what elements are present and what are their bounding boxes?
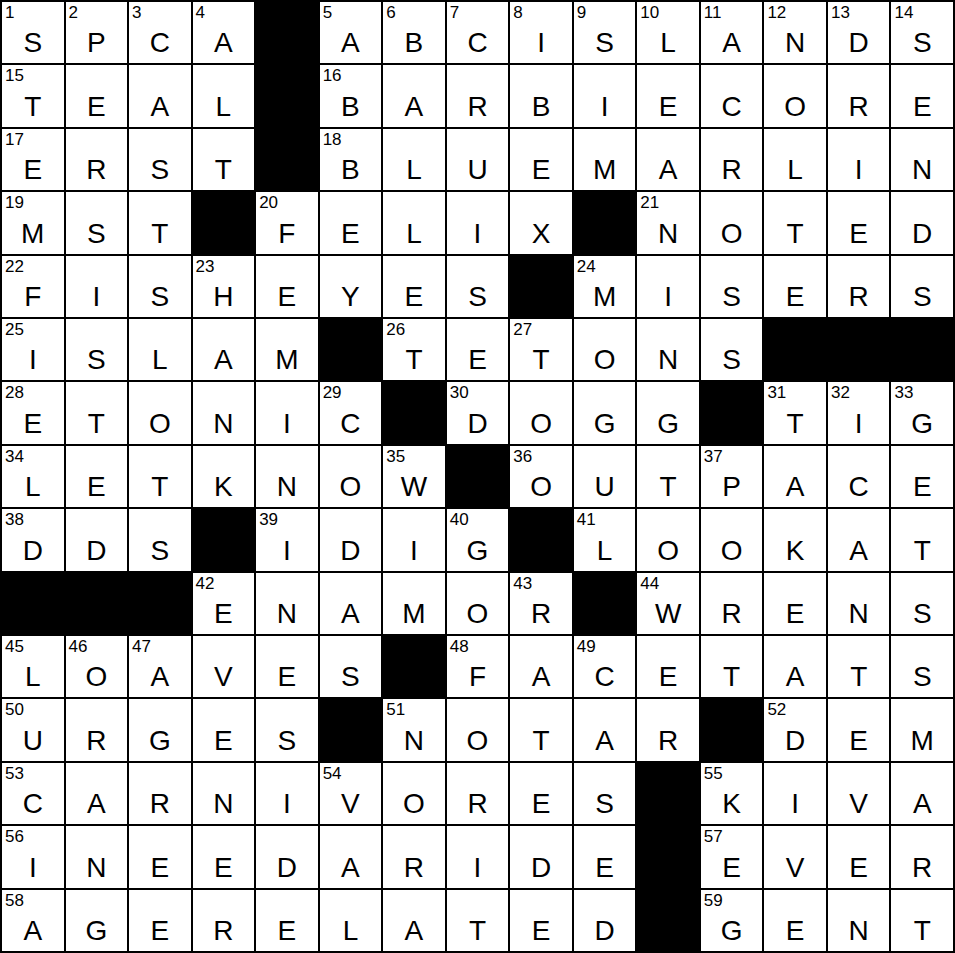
cell-r2c15[interactable]: E xyxy=(891,65,953,126)
cell-r7c1[interactable]: 28E xyxy=(2,382,64,443)
cell-r14c13[interactable]: V xyxy=(764,826,826,887)
cell-r8c2[interactable]: E xyxy=(66,446,128,507)
clue-number: 5 xyxy=(323,2,332,23)
clue-number: 13 xyxy=(831,2,850,23)
cell-r11c13[interactable]: A xyxy=(764,636,826,697)
cell-r11c1[interactable]: 45L xyxy=(2,636,64,697)
cell-letter: A xyxy=(383,93,445,121)
cell-letter: M xyxy=(256,346,318,374)
cell-r11c12[interactable]: T xyxy=(701,636,763,697)
cell-r5c1[interactable]: 22F xyxy=(2,256,64,317)
cell-r1c10[interactable]: 9S xyxy=(574,2,636,63)
cell-r3c9[interactable]: E xyxy=(510,129,572,190)
clue-number: 51 xyxy=(386,699,405,720)
cell-r6c4[interactable]: A xyxy=(193,319,255,380)
cell-r3c3[interactable]: S xyxy=(129,129,191,190)
cell-r7c14[interactable]: 32I xyxy=(828,382,890,443)
cell-r7c13[interactable]: 31T xyxy=(764,382,826,443)
cell-r7c10[interactable]: G xyxy=(574,382,636,443)
cell-letter: I xyxy=(637,283,699,311)
cell-r8c14[interactable]: C xyxy=(828,446,890,507)
cell-letter: D xyxy=(764,727,826,755)
cell-r5c8[interactable]: S xyxy=(447,256,509,317)
cell-r9c3[interactable]: S xyxy=(129,509,191,570)
cell-r15c8[interactable]: T xyxy=(447,890,509,951)
cell-letter: S xyxy=(701,346,763,374)
cell-r2c12[interactable]: C xyxy=(701,65,763,126)
cell-r2c11[interactable]: E xyxy=(637,65,699,126)
cell-r12c2[interactable]: R xyxy=(66,699,128,760)
cell-r9c15[interactable]: T xyxy=(891,509,953,570)
cell-r3c2[interactable]: R xyxy=(66,129,128,190)
cell-r15c13[interactable]: E xyxy=(764,890,826,951)
cell-r8c6[interactable]: O xyxy=(320,446,382,507)
cell-letter: R xyxy=(828,93,890,121)
cell-letter: A xyxy=(701,29,763,57)
clue-number: 30 xyxy=(450,382,469,403)
cell-r1c12[interactable]: 11A xyxy=(701,2,763,63)
cell-r1c13[interactable]: 12N xyxy=(764,2,826,63)
cell-r10c9[interactable]: 43R xyxy=(510,573,572,634)
cell-r15c15[interactable]: T xyxy=(891,890,953,951)
cell-letter: S xyxy=(891,600,953,628)
cell-r4c14[interactable]: E xyxy=(828,192,890,253)
cell-r9c14[interactable]: A xyxy=(828,509,890,570)
cell-r12c8[interactable]: O xyxy=(447,699,509,760)
cell-r15c1[interactable]: 58A xyxy=(2,890,64,951)
cell-r5c15[interactable]: S xyxy=(891,256,953,317)
cell-r12c4[interactable]: E xyxy=(193,699,255,760)
clue-number: 45 xyxy=(5,636,24,657)
cell-letter: N xyxy=(637,346,699,374)
cell-letter: R xyxy=(383,854,445,882)
clue-number: 25 xyxy=(5,319,24,340)
black-cell-r10c3 xyxy=(129,573,191,634)
cell-r13c13[interactable]: I xyxy=(764,763,826,824)
cell-r6c10[interactable]: O xyxy=(574,319,636,380)
black-cell-r11c7 xyxy=(383,636,445,697)
cell-r13c6[interactable]: 54V xyxy=(320,763,382,824)
cell-r14c9[interactable]: D xyxy=(510,826,572,887)
cell-letter: E xyxy=(256,283,318,311)
cell-letter: E xyxy=(574,854,636,882)
cell-letter: O xyxy=(510,410,572,438)
cell-r5c12[interactable]: S xyxy=(701,256,763,317)
cell-r5c7[interactable]: E xyxy=(383,256,445,317)
cell-r12c10[interactable]: A xyxy=(574,699,636,760)
cell-r13c8[interactable]: R xyxy=(447,763,509,824)
cell-r4c5[interactable]: 20F xyxy=(256,192,318,253)
cell-r6c5[interactable]: M xyxy=(256,319,318,380)
cell-r10c15[interactable]: S xyxy=(891,573,953,634)
cell-letter: D xyxy=(2,537,64,565)
cell-r7c6[interactable]: 29C xyxy=(320,382,382,443)
cell-letter: L xyxy=(2,473,64,501)
cell-letter: E xyxy=(320,220,382,248)
cell-r1c11[interactable]: 10L xyxy=(637,2,699,63)
cell-letter: V xyxy=(764,854,826,882)
cell-r4c9[interactable]: X xyxy=(510,192,572,253)
cell-letter: S xyxy=(66,220,128,248)
cell-r11c5[interactable]: E xyxy=(256,636,318,697)
cell-r10c14[interactable]: N xyxy=(828,573,890,634)
cell-r14c10[interactable]: E xyxy=(574,826,636,887)
cell-r2c14[interactable]: R xyxy=(828,65,890,126)
cell-r11c4[interactable]: V xyxy=(193,636,255,697)
cell-r9c13[interactable]: K xyxy=(764,509,826,570)
clue-number: 36 xyxy=(513,446,532,467)
cell-letter: L xyxy=(193,93,255,121)
cell-r5c3[interactable]: S xyxy=(129,256,191,317)
cell-r15c9[interactable]: E xyxy=(510,890,572,951)
cell-r7c5[interactable]: I xyxy=(256,382,318,443)
cell-letter: A xyxy=(193,346,255,374)
cell-letter: T xyxy=(510,727,572,755)
cell-r3c7[interactable]: L xyxy=(383,129,445,190)
cell-letter: T xyxy=(764,220,826,248)
cell-r12c15[interactable]: M xyxy=(891,699,953,760)
cell-letter: F xyxy=(2,283,64,311)
cell-r10c8[interactable]: O xyxy=(447,573,509,634)
cell-r15c2[interactable]: G xyxy=(66,890,128,951)
cell-r15c4[interactable]: R xyxy=(193,890,255,951)
cell-letter: N xyxy=(66,854,128,882)
cell-r5c10[interactable]: 24M xyxy=(574,256,636,317)
cell-r3c14[interactable]: I xyxy=(828,129,890,190)
cell-r15c6[interactable]: L xyxy=(320,890,382,951)
cell-r15c3[interactable]: E xyxy=(129,890,191,951)
cell-letter: V xyxy=(320,790,382,818)
cell-r12c7[interactable]: 51N xyxy=(383,699,445,760)
cell-letter: A xyxy=(574,727,636,755)
cell-r14c8[interactable]: I xyxy=(447,826,509,887)
black-cell-r7c7 xyxy=(383,382,445,443)
cell-r1c7[interactable]: 6B xyxy=(383,2,445,63)
cell-r13c10[interactable]: S xyxy=(574,763,636,824)
cell-r3c13[interactable]: L xyxy=(764,129,826,190)
cell-r4c6[interactable]: E xyxy=(320,192,382,253)
cell-r2c7[interactable]: A xyxy=(383,65,445,126)
cell-r1c14[interactable]: 13D xyxy=(828,2,890,63)
clue-number: 49 xyxy=(577,636,596,657)
clue-number: 48 xyxy=(450,636,469,657)
cell-r13c4[interactable]: N xyxy=(193,763,255,824)
cell-r4c15[interactable]: D xyxy=(891,192,953,253)
cell-r3c6[interactable]: 18B xyxy=(320,129,382,190)
black-cell-r14c11 xyxy=(637,826,699,887)
cell-letter: C xyxy=(828,473,890,501)
cell-letter: O xyxy=(574,346,636,374)
cell-r3c10[interactable]: M xyxy=(574,129,636,190)
clue-number: 54 xyxy=(323,763,342,784)
cell-letter: I xyxy=(764,790,826,818)
cell-r1c2[interactable]: 2P xyxy=(66,2,128,63)
cell-r2c3[interactable]: A xyxy=(129,65,191,126)
cell-r1c15[interactable]: 14S xyxy=(891,2,953,63)
cell-r8c15[interactable]: E xyxy=(891,446,953,507)
cell-r12c5[interactable]: S xyxy=(256,699,318,760)
cell-letter: R xyxy=(510,600,572,628)
cell-r13c15[interactable]: A xyxy=(891,763,953,824)
cell-r8c10[interactable]: U xyxy=(574,446,636,507)
cell-r13c1[interactable]: 53C xyxy=(2,763,64,824)
cell-r2c1[interactable]: 15T xyxy=(2,65,64,126)
cell-letter: I xyxy=(828,156,890,184)
cell-r14c6[interactable]: A xyxy=(320,826,382,887)
cell-r11c3[interactable]: 47A xyxy=(129,636,191,697)
cell-r14c5[interactable]: D xyxy=(256,826,318,887)
cell-r4c11[interactable]: 21N xyxy=(637,192,699,253)
cell-r8c3[interactable]: T xyxy=(129,446,191,507)
cell-r9c12[interactable]: O xyxy=(701,509,763,570)
cell-letter: G xyxy=(637,410,699,438)
cell-r10c12[interactable]: R xyxy=(701,573,763,634)
cell-r10c4[interactable]: 42E xyxy=(193,573,255,634)
clue-number: 56 xyxy=(5,826,24,847)
cell-r11c9[interactable]: A xyxy=(510,636,572,697)
cell-r6c1[interactable]: 25I xyxy=(2,319,64,380)
clue-number: 55 xyxy=(704,763,723,784)
cell-r14c3[interactable]: E xyxy=(129,826,191,887)
clue-number: 39 xyxy=(259,509,278,530)
cell-letter: S xyxy=(256,727,318,755)
cell-letter: A xyxy=(637,156,699,184)
cell-r9c11[interactable]: O xyxy=(637,509,699,570)
cell-r14c14[interactable]: E xyxy=(828,826,890,887)
black-cell-r13c11 xyxy=(637,763,699,824)
cell-letter: O xyxy=(447,727,509,755)
cell-r4c3[interactable]: T xyxy=(129,192,191,253)
cell-r12c13[interactable]: 52D xyxy=(764,699,826,760)
black-cell-r6c14 xyxy=(828,319,890,380)
cell-letter: Y xyxy=(320,283,382,311)
cell-r10c5[interactable]: N xyxy=(256,573,318,634)
cell-r8c13[interactable]: A xyxy=(764,446,826,507)
cell-r12c1[interactable]: 50U xyxy=(2,699,64,760)
cell-r6c7[interactable]: 26T xyxy=(383,319,445,380)
cell-r5c6[interactable]: Y xyxy=(320,256,382,317)
black-cell-r8c8 xyxy=(447,446,509,507)
cell-letter: R xyxy=(828,283,890,311)
cell-r1c6[interactable]: 5A xyxy=(320,2,382,63)
cell-letter: A xyxy=(828,537,890,565)
cell-r13c7[interactable]: O xyxy=(383,763,445,824)
cell-letter: I xyxy=(574,93,636,121)
cell-r4c8[interactable]: I xyxy=(447,192,509,253)
cell-r7c4[interactable]: N xyxy=(193,382,255,443)
cell-r4c13[interactable]: T xyxy=(764,192,826,253)
cell-r13c12[interactable]: 55K xyxy=(701,763,763,824)
cell-letter: L xyxy=(764,156,826,184)
cell-letter: S xyxy=(574,790,636,818)
cell-r10c6[interactable]: A xyxy=(320,573,382,634)
cell-r9c5[interactable]: 39I xyxy=(256,509,318,570)
cell-r1c8[interactable]: 7C xyxy=(447,2,509,63)
cell-letter: L xyxy=(383,156,445,184)
cell-letter: U xyxy=(447,156,509,184)
cell-r2c9[interactable]: B xyxy=(510,65,572,126)
cell-r7c2[interactable]: T xyxy=(66,382,128,443)
cell-letter: E xyxy=(193,600,255,628)
clue-number: 41 xyxy=(577,509,596,530)
cell-r14c1[interactable]: 56I xyxy=(2,826,64,887)
cell-r10c7[interactable]: M xyxy=(383,573,445,634)
cell-r15c10[interactable]: D xyxy=(574,890,636,951)
cell-letter: C xyxy=(320,410,382,438)
cell-r5c4[interactable]: 23H xyxy=(193,256,255,317)
cell-r3c1[interactable]: 17E xyxy=(2,129,64,190)
black-cell-r4c10 xyxy=(574,192,636,253)
cell-letter: A xyxy=(129,663,191,691)
cell-r14c7[interactable]: R xyxy=(383,826,445,887)
cell-letter: B xyxy=(320,93,382,121)
cell-r9c2[interactable]: D xyxy=(66,509,128,570)
cell-r15c7[interactable]: A xyxy=(383,890,445,951)
clue-number: 23 xyxy=(196,256,215,277)
cell-r1c9[interactable]: 8I xyxy=(510,2,572,63)
cell-r8c11[interactable]: T xyxy=(637,446,699,507)
cell-r11c2[interactable]: 46O xyxy=(66,636,128,697)
cell-r2c6[interactable]: 16B xyxy=(320,65,382,126)
cell-r7c3[interactable]: O xyxy=(129,382,191,443)
cell-r15c5[interactable]: E xyxy=(256,890,318,951)
cell-r6c12[interactable]: S xyxy=(701,319,763,380)
clue-number: 21 xyxy=(640,192,659,213)
cell-letter: C xyxy=(701,93,763,121)
cell-r13c3[interactable]: R xyxy=(129,763,191,824)
cell-r1c4[interactable]: 4A xyxy=(193,2,255,63)
cell-letter: T xyxy=(66,410,128,438)
cell-r3c15[interactable]: N xyxy=(891,129,953,190)
cell-r12c11[interactable]: R xyxy=(637,699,699,760)
cell-letter: N xyxy=(891,156,953,184)
cell-r11c14[interactable]: T xyxy=(828,636,890,697)
cell-r13c2[interactable]: A xyxy=(66,763,128,824)
cell-r2c2[interactable]: E xyxy=(66,65,128,126)
cell-letter: E xyxy=(891,93,953,121)
cell-r8c12[interactable]: 37P xyxy=(701,446,763,507)
cell-r5c2[interactable]: I xyxy=(66,256,128,317)
cell-r4c7[interactable]: L xyxy=(383,192,445,253)
cell-r2c8[interactable]: R xyxy=(447,65,509,126)
clue-number: 47 xyxy=(132,636,151,657)
cell-r14c4[interactable]: E xyxy=(193,826,255,887)
cell-letter: L xyxy=(129,346,191,374)
cell-r14c15[interactable]: R xyxy=(891,826,953,887)
cell-r1c3[interactable]: 3C xyxy=(129,2,191,63)
cell-r9c7[interactable]: I xyxy=(383,509,445,570)
cell-r7c11[interactable]: G xyxy=(637,382,699,443)
clue-number: 1 xyxy=(5,2,14,23)
cell-r13c9[interactable]: E xyxy=(510,763,572,824)
cell-r8c1[interactable]: 34L xyxy=(2,446,64,507)
cell-letter: A xyxy=(764,663,826,691)
cell-r3c11[interactable]: A xyxy=(637,129,699,190)
cell-letter: E xyxy=(193,854,255,882)
cell-r6c11[interactable]: N xyxy=(637,319,699,380)
cell-r13c5[interactable]: I xyxy=(256,763,318,824)
cell-r8c7[interactable]: 35W xyxy=(383,446,445,507)
cell-r14c2[interactable]: N xyxy=(66,826,128,887)
cell-r15c12[interactable]: 59G xyxy=(701,890,763,951)
cell-r2c10[interactable]: I xyxy=(574,65,636,126)
cell-r7c8[interactable]: 30D xyxy=(447,382,509,443)
cell-r7c15[interactable]: 33G xyxy=(891,382,953,443)
cell-r11c15[interactable]: S xyxy=(891,636,953,697)
cell-letter: A xyxy=(2,917,64,945)
cell-r4c2[interactable]: S xyxy=(66,192,128,253)
black-cell-r10c2 xyxy=(66,573,128,634)
cell-r12c9[interactable]: T xyxy=(510,699,572,760)
cell-r6c2[interactable]: S xyxy=(66,319,128,380)
black-cell-r2c5 xyxy=(256,65,318,126)
cell-r4c12[interactable]: O xyxy=(701,192,763,253)
cell-r5c11[interactable]: I xyxy=(637,256,699,317)
cell-r9c8[interactable]: 40G xyxy=(447,509,509,570)
cell-r14c12[interactable]: 57E xyxy=(701,826,763,887)
cell-r1c1[interactable]: 1S xyxy=(2,2,64,63)
cell-letter: E xyxy=(764,600,826,628)
cell-r12c14[interactable]: E xyxy=(828,699,890,760)
cell-r2c13[interactable]: O xyxy=(764,65,826,126)
cell-r11c8[interactable]: 48F xyxy=(447,636,509,697)
cell-r8c4[interactable]: K xyxy=(193,446,255,507)
cell-r3c8[interactable]: U xyxy=(447,129,509,190)
black-cell-r6c6 xyxy=(320,319,382,380)
cell-r2c4[interactable]: L xyxy=(193,65,255,126)
cell-r12c3[interactable]: G xyxy=(129,699,191,760)
cell-r6c3[interactable]: L xyxy=(129,319,191,380)
cell-r3c4[interactable]: T xyxy=(193,129,255,190)
cell-r6c9[interactable]: 27T xyxy=(510,319,572,380)
cell-r6c8[interactable]: E xyxy=(447,319,509,380)
cell-r9c1[interactable]: 38D xyxy=(2,509,64,570)
cell-r5c14[interactable]: R xyxy=(828,256,890,317)
cell-r9c10[interactable]: 41L xyxy=(574,509,636,570)
cell-r9c6[interactable]: D xyxy=(320,509,382,570)
cell-r11c10[interactable]: 49C xyxy=(574,636,636,697)
cell-r13c14[interactable]: V xyxy=(828,763,890,824)
cell-letter: R xyxy=(129,790,191,818)
cell-letter: E xyxy=(256,917,318,945)
cell-letter: I xyxy=(2,346,64,374)
cell-letter: L xyxy=(637,29,699,57)
cell-letter: N xyxy=(764,29,826,57)
cell-r10c11[interactable]: 44W xyxy=(637,573,699,634)
cell-letter: O xyxy=(66,663,128,691)
cell-r7c9[interactable]: O xyxy=(510,382,572,443)
black-cell-r6c13 xyxy=(764,319,826,380)
clue-number: 43 xyxy=(513,573,532,594)
clue-number: 57 xyxy=(704,826,723,847)
cell-r5c5[interactable]: E xyxy=(256,256,318,317)
clue-number: 16 xyxy=(323,65,342,86)
cell-r11c6[interactable]: S xyxy=(320,636,382,697)
cell-r3c12[interactable]: R xyxy=(701,129,763,190)
cell-letter: E xyxy=(129,854,191,882)
cell-letter: T xyxy=(383,346,445,374)
cell-r8c5[interactable]: N xyxy=(256,446,318,507)
cell-r11c11[interactable]: E xyxy=(637,636,699,697)
cell-letter: P xyxy=(701,473,763,501)
cell-r8c9[interactable]: 36O xyxy=(510,446,572,507)
cell-r5c13[interactable]: E xyxy=(764,256,826,317)
cell-r4c1[interactable]: 19M xyxy=(2,192,64,253)
cell-r10c13[interactable]: E xyxy=(764,573,826,634)
cell-letter: T xyxy=(828,663,890,691)
cell-r15c14[interactable]: N xyxy=(828,890,890,951)
cell-letter: C xyxy=(129,29,191,57)
